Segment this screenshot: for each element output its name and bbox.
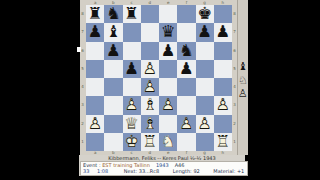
- piece-glyph-icon: ♞: [104, 5, 122, 23]
- piece-outline-icon: ♙: [123, 96, 141, 114]
- clock-value: 1:08: [97, 168, 108, 174]
- square-b2[interactable]: [104, 115, 122, 133]
- piece-bB: ♝: [104, 23, 122, 41]
- square-h7[interactable]: ♟: [214, 23, 232, 41]
- piece-bP: ♟: [123, 60, 141, 78]
- piece-glyph-icon: ♚: [196, 5, 214, 23]
- piece-bK: ♚: [196, 5, 214, 23]
- piece-bQ: ♛: [159, 23, 177, 41]
- piece-outline-icon: ♘: [159, 133, 177, 151]
- rank-label-3: 3: [80, 96, 85, 114]
- piece-bP: ♟: [86, 23, 104, 41]
- rank-label-4: 4: [80, 78, 85, 96]
- piece-bP: ♟: [196, 23, 214, 41]
- chess-board[interactable]: ♜♞♜♚♟♝♛♟♟♟♟♞♟♟♙♟♟♙♟♙♝♗♟♙♟♙♟♙♛♕♝♗♟♙♟♙♚♔♜♖…: [86, 5, 232, 151]
- piece-wR: ♜♖: [141, 133, 159, 151]
- square-f3[interactable]: [177, 96, 195, 114]
- square-e4[interactable]: [159, 78, 177, 96]
- captured-piece-bB-icon: ♝: [238, 60, 248, 74]
- piece-bP: ♟: [159, 42, 177, 60]
- square-c4[interactable]: [123, 78, 141, 96]
- piece-outline-icon: ♙: [159, 96, 177, 114]
- piece-wP: ♟♙: [141, 78, 159, 96]
- piece-glyph-icon: ♟: [159, 42, 177, 60]
- piece-wR: ♜♖: [214, 133, 232, 151]
- piece-outline-icon: ♖: [214, 133, 232, 151]
- square-a7[interactable]: ♟: [86, 23, 104, 41]
- square-b4[interactable]: [104, 78, 122, 96]
- side-to-move-indicator: [77, 47, 81, 52]
- piece-outline-icon: ♙: [141, 60, 159, 78]
- square-e5[interactable]: [159, 60, 177, 78]
- game-details-box: Event : EST training Tallinn1943A46 33 1…: [80, 161, 248, 176]
- square-b7[interactable]: ♝: [104, 23, 122, 41]
- square-c2[interactable]: ♛♕: [123, 115, 141, 133]
- piece-glyph-icon: ♟: [123, 60, 141, 78]
- square-h3[interactable]: ♟♙: [214, 96, 232, 114]
- piece-outline-icon: ♙: [214, 96, 232, 114]
- board-frame: abcdefgh abcdefgh 87654321 87654321 ♜♞♜♚…: [80, 0, 248, 155]
- square-f8[interactable]: [177, 5, 195, 23]
- next-move: Next: 33...Rc8: [124, 168, 159, 174]
- piece-bP: ♟: [177, 60, 195, 78]
- square-f4[interactable]: [177, 78, 195, 96]
- piece-wN: ♞♘: [159, 133, 177, 151]
- piece-wK: ♚♔: [123, 133, 141, 151]
- piece-bN: ♞: [104, 5, 122, 23]
- square-f1[interactable]: [177, 133, 195, 151]
- material-balance: Material: +1: [213, 168, 244, 174]
- piece-bN: ♞: [177, 42, 195, 60]
- piece-wP: ♟♙: [214, 96, 232, 114]
- square-a1[interactable]: [86, 133, 104, 151]
- piece-outline-icon: ♗: [141, 115, 159, 133]
- square-c5[interactable]: ♟: [123, 60, 141, 78]
- piece-glyph-icon: ♝: [104, 23, 122, 41]
- square-c7[interactable]: [123, 23, 141, 41]
- square-f2[interactable]: ♟♙: [177, 115, 195, 133]
- captured-piece-wN-icon: ♘: [238, 74, 248, 88]
- square-d7[interactable]: [141, 23, 159, 41]
- piece-outline-icon: ♙: [86, 115, 104, 133]
- piece-glyph-icon: ♟: [86, 23, 104, 41]
- piece-wP: ♟♙: [177, 115, 195, 133]
- piece-glyph-icon: ♟: [214, 23, 232, 41]
- piece-wP: ♟♙: [123, 96, 141, 114]
- square-g6[interactable]: [196, 42, 214, 60]
- piece-glyph-icon: ♟: [177, 60, 195, 78]
- rank-label-7: 7: [80, 23, 85, 41]
- square-d4[interactable]: ♟♙: [141, 78, 159, 96]
- piece-bR: ♜: [86, 5, 104, 23]
- square-h5[interactable]: [214, 60, 232, 78]
- square-d2[interactable]: ♝♗: [141, 115, 159, 133]
- piece-wQ: ♛♕: [123, 115, 141, 133]
- square-b5[interactable]: [104, 60, 122, 78]
- piece-bR: ♜: [123, 5, 141, 23]
- square-f6[interactable]: ♞: [177, 42, 195, 60]
- piece-wB: ♝♗: [141, 115, 159, 133]
- square-f7[interactable]: [177, 23, 195, 41]
- square-a5[interactable]: [86, 60, 104, 78]
- square-g1[interactable]: [196, 133, 214, 151]
- rank-label-5: 5: [80, 60, 85, 78]
- square-d8[interactable]: [141, 5, 159, 23]
- square-b3[interactable]: [104, 96, 122, 114]
- piece-outline-icon: ♕: [123, 115, 141, 133]
- piece-outline-icon: ♗: [141, 96, 159, 114]
- rank-labels-left: 87654321: [80, 5, 85, 151]
- captured-pieces-tray: ♝♘♙: [237, 0, 248, 155]
- video-frame: { "game": "chess", "position": { "fen": …: [0, 0, 320, 180]
- square-b8[interactable]: ♞: [104, 5, 122, 23]
- piece-outline-icon: ♔: [123, 133, 141, 151]
- piece-outline-icon: ♙: [177, 115, 195, 133]
- square-a6[interactable]: [86, 42, 104, 60]
- square-b1[interactable]: [104, 133, 122, 151]
- status-line: 33 1:08 Next: 33...Rc8 Length: 92 Materi…: [83, 168, 245, 174]
- square-d1[interactable]: ♜♖: [141, 133, 159, 151]
- square-h4[interactable]: [214, 78, 232, 96]
- piece-bP: ♟: [104, 42, 122, 60]
- piece-glyph-icon: ♞: [177, 42, 195, 60]
- square-e3[interactable]: ♟♙: [159, 96, 177, 114]
- piece-glyph-icon: ♛: [159, 23, 177, 41]
- move-number: 33: [83, 168, 89, 174]
- piece-wP: ♟♙: [86, 115, 104, 133]
- piece-wP: ♟♙: [141, 60, 159, 78]
- piece-glyph-icon: ♟: [104, 42, 122, 60]
- square-e2[interactable]: [159, 115, 177, 133]
- square-c8[interactable]: ♜: [123, 5, 141, 23]
- square-g8[interactable]: ♚: [196, 5, 214, 23]
- square-d5[interactable]: ♟♙: [141, 60, 159, 78]
- square-d6[interactable]: [141, 42, 159, 60]
- square-a4[interactable]: [86, 78, 104, 96]
- square-g5[interactable]: [196, 60, 214, 78]
- square-e7[interactable]: ♛: [159, 23, 177, 41]
- square-g3[interactable]: [196, 96, 214, 114]
- piece-outline-icon: ♙: [196, 115, 214, 133]
- square-c1[interactable]: ♚♔: [123, 133, 141, 151]
- rank-label-2: 2: [80, 115, 85, 133]
- square-g2[interactable]: ♟♙: [196, 115, 214, 133]
- square-h2[interactable]: [214, 115, 232, 133]
- square-g4[interactable]: [196, 78, 214, 96]
- square-a8[interactable]: ♜: [86, 5, 104, 23]
- square-a3[interactable]: [86, 96, 104, 114]
- captured-piece-wP-icon: ♙: [238, 87, 248, 101]
- piece-glyph-icon: ♟: [196, 23, 214, 41]
- game-info-panel: Kibbermann, Feliks -- Keres Paul ½-½ 194…: [79, 155, 245, 176]
- piece-wB: ♝♗: [141, 96, 159, 114]
- square-f5[interactable]: ♟: [177, 60, 195, 78]
- piece-glyph-icon: ♜: [86, 5, 104, 23]
- square-h6[interactable]: [214, 42, 232, 60]
- square-b6[interactable]: ♟: [104, 42, 122, 60]
- rank-label-1: 1: [80, 133, 85, 151]
- square-e1[interactable]: ♞♘: [159, 133, 177, 151]
- piece-outline-icon: ♙: [141, 78, 159, 96]
- game-length: Length: 92: [173, 168, 200, 174]
- square-c6[interactable]: [123, 42, 141, 60]
- piece-wP: ♟♙: [159, 96, 177, 114]
- piece-glyph-icon: ♜: [123, 5, 141, 23]
- square-c3[interactable]: ♟♙: [123, 96, 141, 114]
- square-h8[interactable]: [214, 5, 232, 23]
- piece-bP: ♟: [214, 23, 232, 41]
- square-a2[interactable]: ♟♙: [86, 115, 104, 133]
- piece-outline-icon: ♖: [141, 133, 159, 151]
- square-e6[interactable]: ♟: [159, 42, 177, 60]
- rank-label-8: 8: [80, 5, 85, 23]
- square-d3[interactable]: ♝♗: [141, 96, 159, 114]
- square-e8[interactable]: [159, 5, 177, 23]
- square-h1[interactable]: ♜♖: [214, 133, 232, 151]
- piece-wP: ♟♙: [196, 115, 214, 133]
- square-g7[interactable]: ♟: [196, 23, 214, 41]
